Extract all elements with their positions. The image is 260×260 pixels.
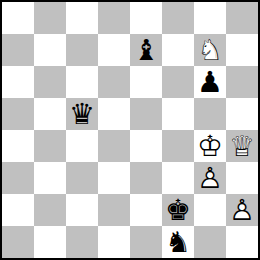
- square-d4[interactable]: [98, 130, 130, 162]
- square-e6[interactable]: [130, 66, 162, 98]
- black-bishop-e7[interactable]: ♝: [130, 34, 162, 66]
- square-b7[interactable]: [34, 34, 66, 66]
- square-e1[interactable]: [130, 226, 162, 258]
- square-e8[interactable]: [130, 2, 162, 34]
- square-b4[interactable]: [34, 130, 66, 162]
- square-c4[interactable]: [66, 130, 98, 162]
- square-f5[interactable]: [162, 98, 194, 130]
- square-g5[interactable]: [194, 98, 226, 130]
- square-g4[interactable]: ♚♔: [194, 130, 226, 162]
- square-c2[interactable]: [66, 194, 98, 226]
- square-c8[interactable]: [66, 2, 98, 34]
- white-queen-fill: ♛: [226, 130, 258, 162]
- square-h8[interactable]: [226, 2, 258, 34]
- white-pawn-g3[interactable]: ♙: [194, 162, 226, 194]
- white-knight-g7[interactable]: ♘: [194, 34, 226, 66]
- white-queen-h4[interactable]: ♕: [226, 130, 258, 162]
- square-h5[interactable]: [226, 98, 258, 130]
- white-pawn-h2[interactable]: ♙: [226, 194, 258, 226]
- square-f4[interactable]: [162, 130, 194, 162]
- square-h6[interactable]: [226, 66, 258, 98]
- square-a7[interactable]: [2, 34, 34, 66]
- square-h2[interactable]: ♟♙: [226, 194, 258, 226]
- square-a2[interactable]: [2, 194, 34, 226]
- square-d6[interactable]: [98, 66, 130, 98]
- square-b3[interactable]: [34, 162, 66, 194]
- square-d7[interactable]: [98, 34, 130, 66]
- square-e2[interactable]: [130, 194, 162, 226]
- square-b2[interactable]: [34, 194, 66, 226]
- square-b1[interactable]: [34, 226, 66, 258]
- square-c7[interactable]: [66, 34, 98, 66]
- square-g6[interactable]: ♟: [194, 66, 226, 98]
- square-e3[interactable]: [130, 162, 162, 194]
- square-f1[interactable]: ♞: [162, 226, 194, 258]
- square-g8[interactable]: [194, 2, 226, 34]
- black-knight-f1[interactable]: ♞: [162, 226, 194, 258]
- chess-board: ♝♞♘♟♛♚♔♛♕♟♙♚♟♙♞: [0, 0, 260, 260]
- square-g7[interactable]: ♞♘: [194, 34, 226, 66]
- square-b6[interactable]: [34, 66, 66, 98]
- square-h1[interactable]: [226, 226, 258, 258]
- board-grid: ♝♞♘♟♛♚♔♛♕♟♙♚♟♙♞: [2, 2, 258, 258]
- square-e5[interactable]: [130, 98, 162, 130]
- square-a5[interactable]: [2, 98, 34, 130]
- square-f2[interactable]: ♚: [162, 194, 194, 226]
- square-b8[interactable]: [34, 2, 66, 34]
- square-f3[interactable]: [162, 162, 194, 194]
- square-c5[interactable]: ♛: [66, 98, 98, 130]
- square-d2[interactable]: [98, 194, 130, 226]
- white-pawn-fill: ♟: [194, 162, 226, 194]
- square-c6[interactable]: [66, 66, 98, 98]
- white-pawn-fill: ♟: [226, 194, 258, 226]
- square-d8[interactable]: [98, 2, 130, 34]
- square-g3[interactable]: ♟♙: [194, 162, 226, 194]
- square-e7[interactable]: ♝: [130, 34, 162, 66]
- white-knight-fill: ♞: [194, 34, 226, 66]
- square-b5[interactable]: [34, 98, 66, 130]
- black-queen-c5[interactable]: ♛: [66, 98, 98, 130]
- square-h7[interactable]: [226, 34, 258, 66]
- square-a4[interactable]: [2, 130, 34, 162]
- square-a8[interactable]: [2, 2, 34, 34]
- square-h4[interactable]: ♛♕: [226, 130, 258, 162]
- square-d1[interactable]: [98, 226, 130, 258]
- black-pawn-g6[interactable]: ♟: [194, 66, 226, 98]
- square-h3[interactable]: [226, 162, 258, 194]
- white-king-fill: ♚: [194, 130, 226, 162]
- square-f8[interactable]: [162, 2, 194, 34]
- square-a1[interactable]: [2, 226, 34, 258]
- square-d5[interactable]: [98, 98, 130, 130]
- white-king-g4[interactable]: ♔: [194, 130, 226, 162]
- square-f7[interactable]: [162, 34, 194, 66]
- square-a6[interactable]: [2, 66, 34, 98]
- square-f6[interactable]: [162, 66, 194, 98]
- square-c1[interactable]: [66, 226, 98, 258]
- square-g2[interactable]: [194, 194, 226, 226]
- square-g1[interactable]: [194, 226, 226, 258]
- square-a3[interactable]: [2, 162, 34, 194]
- square-c3[interactable]: [66, 162, 98, 194]
- square-d3[interactable]: [98, 162, 130, 194]
- black-king-f2[interactable]: ♚: [162, 194, 194, 226]
- square-e4[interactable]: [130, 130, 162, 162]
